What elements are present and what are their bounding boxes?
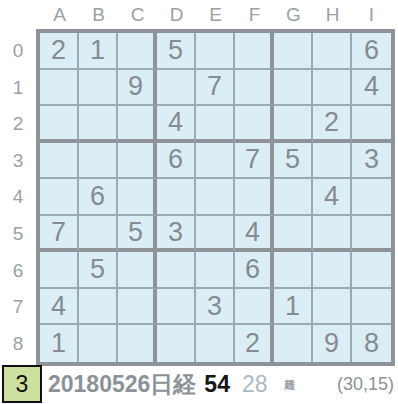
cell-I6[interactable] — [352, 252, 391, 289]
cell-G1[interactable] — [274, 70, 313, 107]
cell-C8[interactable] — [118, 325, 157, 362]
col-label-G: G — [274, 0, 313, 29]
cell-F4[interactable] — [235, 179, 274, 216]
cell-I7[interactable] — [352, 289, 391, 326]
cell-B3[interactable] — [79, 143, 118, 180]
sudoku-board: 2156974426753647534564311298 — [36, 29, 395, 366]
cell-D7[interactable] — [157, 289, 196, 326]
cell-E0[interactable] — [196, 33, 235, 70]
cell-A4[interactable] — [40, 179, 79, 216]
cell-B2[interactable] — [79, 106, 118, 143]
cell-G4[interactable] — [274, 179, 313, 216]
row-label-1: 1 — [0, 70, 36, 107]
cell-F2[interactable] — [235, 106, 274, 143]
row-label-2: 2 — [0, 106, 36, 143]
coords-label: (30,15) — [337, 374, 394, 395]
cell-B7[interactable] — [79, 289, 118, 326]
col-label-F: F — [235, 0, 274, 29]
cell-G0[interactable] — [274, 33, 313, 70]
cell-H1[interactable] — [313, 70, 352, 107]
puzzle-index-badge[interactable]: 3 — [2, 365, 42, 403]
cell-H5[interactable] — [313, 216, 352, 253]
col-label-D: D — [157, 0, 196, 29]
cell-E5[interactable] — [196, 216, 235, 253]
cell-H6[interactable] — [313, 252, 352, 289]
cell-B1[interactable] — [79, 70, 118, 107]
cell-H3[interactable] — [313, 143, 352, 180]
cell-B8[interactable] — [79, 325, 118, 362]
cell-G7[interactable]: 1 — [274, 289, 313, 326]
cell-F6[interactable]: 6 — [235, 252, 274, 289]
row-label-3: 3 — [0, 143, 36, 180]
cell-F1[interactable] — [235, 70, 274, 107]
cell-D8[interactable] — [157, 325, 196, 362]
cell-I0[interactable]: 6 — [352, 33, 391, 70]
cell-A1[interactable] — [40, 70, 79, 107]
column-labels: ABCDEFGHI — [36, 0, 395, 29]
cell-I5[interactable] — [352, 216, 391, 253]
cell-D0[interactable]: 5 — [157, 33, 196, 70]
cell-C1[interactable]: 9 — [118, 70, 157, 107]
cell-B0[interactable]: 1 — [79, 33, 118, 70]
cell-I3[interactable]: 3 — [352, 143, 391, 180]
col-label-C: C — [118, 0, 157, 29]
col-label-H: H — [313, 0, 352, 29]
cell-E6[interactable] — [196, 252, 235, 289]
cell-A8[interactable]: 1 — [40, 325, 79, 362]
cell-E7[interactable]: 3 — [196, 289, 235, 326]
puzzle-number: 54 — [204, 371, 230, 398]
cell-D5[interactable]: 3 — [157, 216, 196, 253]
cell-C3[interactable] — [118, 143, 157, 180]
sudoku-app: ABCDEFGHI 012345678 21569744267536475345… — [0, 0, 398, 404]
cell-A7[interactable]: 4 — [40, 289, 79, 326]
puzzle-date-source: 20180526日経 — [48, 369, 196, 400]
cell-A6[interactable] — [40, 252, 79, 289]
cell-C5[interactable]: 5 — [118, 216, 157, 253]
cell-G3[interactable]: 5 — [274, 143, 313, 180]
cell-D6[interactable] — [157, 252, 196, 289]
givens-count: 28 — [242, 371, 268, 398]
cell-E8[interactable] — [196, 325, 235, 362]
cell-I8[interactable]: 8 — [352, 325, 391, 362]
cell-E2[interactable] — [196, 106, 235, 143]
cell-E4[interactable] — [196, 179, 235, 216]
cell-A2[interactable] — [40, 106, 79, 143]
cell-D4[interactable] — [157, 179, 196, 216]
cell-D2[interactable]: 4 — [157, 106, 196, 143]
row-label-0: 0 — [0, 33, 36, 70]
cell-G6[interactable] — [274, 252, 313, 289]
difficulty-label: 超難 — [284, 370, 296, 398]
cell-D1[interactable] — [157, 70, 196, 107]
cell-H4[interactable]: 4 — [313, 179, 352, 216]
row-label-6: 6 — [0, 252, 36, 289]
cell-F3[interactable]: 7 — [235, 143, 274, 180]
cell-B6[interactable]: 5 — [79, 252, 118, 289]
row-label-8: 8 — [0, 325, 36, 362]
cell-G2[interactable] — [274, 106, 313, 143]
cell-H7[interactable] — [313, 289, 352, 326]
cell-G5[interactable] — [274, 216, 313, 253]
col-label-A: A — [40, 0, 79, 29]
row-labels: 012345678 — [0, 29, 36, 366]
puzzle-index: 3 — [16, 371, 29, 398]
cell-F8[interactable]: 2 — [235, 325, 274, 362]
cell-G8[interactable] — [274, 325, 313, 362]
row-label-5: 5 — [0, 216, 36, 253]
cell-C6[interactable] — [118, 252, 157, 289]
cell-I2[interactable] — [352, 106, 391, 143]
cell-I1[interactable]: 4 — [352, 70, 391, 107]
cell-E3[interactable] — [196, 143, 235, 180]
cell-I4[interactable] — [352, 179, 391, 216]
cell-B4[interactable]: 6 — [79, 179, 118, 216]
cell-D3[interactable]: 6 — [157, 143, 196, 180]
row-label-7: 7 — [0, 289, 36, 326]
cell-H0[interactable] — [313, 33, 352, 70]
cell-F7[interactable] — [235, 289, 274, 326]
cell-B5[interactable] — [79, 216, 118, 253]
cell-F0[interactable] — [235, 33, 274, 70]
cell-E1[interactable]: 7 — [196, 70, 235, 107]
cell-C0[interactable] — [118, 33, 157, 70]
row-label-4: 4 — [0, 179, 36, 216]
col-label-E: E — [196, 0, 235, 29]
cell-C2[interactable] — [118, 106, 157, 143]
cell-A3[interactable] — [40, 143, 79, 180]
cell-F5[interactable]: 4 — [235, 216, 274, 253]
cell-C7[interactable] — [118, 289, 157, 326]
cell-A5[interactable]: 7 — [40, 216, 79, 253]
status-bar: 3 20180526日経 54 28 超難 (30,15) — [0, 364, 398, 404]
cell-H8[interactable]: 9 — [313, 325, 352, 362]
col-label-B: B — [79, 0, 118, 29]
col-label-I: I — [352, 0, 391, 29]
cell-A0[interactable]: 2 — [40, 33, 79, 70]
cell-C4[interactable] — [118, 179, 157, 216]
cell-H2[interactable]: 2 — [313, 106, 352, 143]
